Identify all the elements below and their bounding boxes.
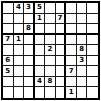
cell-r2c1[interactable] — [3, 14, 14, 25]
cell-r6c1[interactable]: 6 — [3, 56, 14, 67]
cell-r8c6[interactable] — [56, 77, 67, 88]
cell-r6c6[interactable] — [56, 56, 67, 67]
cell-r5c4[interactable] — [35, 45, 46, 56]
cell-r7c3[interactable] — [24, 66, 35, 77]
cell-r9c9[interactable] — [87, 87, 98, 98]
cell-r8c7[interactable] — [66, 77, 77, 88]
cell-r7c8[interactable] — [77, 66, 88, 77]
cell-r8c9[interactable] — [87, 77, 98, 88]
cell-r4c2[interactable]: 1 — [14, 35, 25, 46]
cell-r1c7[interactable] — [66, 3, 77, 14]
cell-r2c4[interactable]: 1 — [35, 14, 46, 25]
cell-r7c4[interactable] — [35, 66, 46, 77]
cell-r6c9[interactable] — [87, 56, 98, 67]
cell-r8c2[interactable] — [14, 77, 25, 88]
cell-r4c5[interactable] — [45, 35, 56, 46]
cell-r3c1[interactable] — [3, 24, 14, 35]
cell-r9c5[interactable] — [45, 87, 56, 98]
cell-r6c8[interactable]: 3 — [77, 56, 88, 67]
cell-r7c6[interactable] — [56, 66, 67, 77]
cell-r3c3[interactable]: 8 — [24, 24, 35, 35]
cell-r7c2[interactable] — [14, 66, 25, 77]
sudoku-board: 43517871286357481 — [1, 1, 100, 100]
cell-r1c8[interactable] — [77, 3, 88, 14]
cell-r5c6[interactable] — [56, 45, 67, 56]
cell-r1c2[interactable]: 4 — [14, 3, 25, 14]
cell-r4c6[interactable] — [56, 35, 67, 46]
cell-r3c9[interactable] — [87, 24, 98, 35]
cell-r4c9[interactable] — [87, 35, 98, 46]
cell-r9c3[interactable] — [24, 87, 35, 98]
cell-r5c5[interactable]: 2 — [45, 45, 56, 56]
cell-r2c6[interactable]: 7 — [56, 14, 67, 25]
cell-r2c9[interactable] — [87, 14, 98, 25]
cell-r3c4[interactable] — [35, 24, 46, 35]
cell-r1c9[interactable] — [87, 3, 98, 14]
cell-r5c7[interactable] — [66, 45, 77, 56]
cell-r8c3[interactable] — [24, 77, 35, 88]
cell-r3c5[interactable] — [45, 24, 56, 35]
cell-r7c7[interactable]: 7 — [66, 66, 77, 77]
cell-r1c4[interactable]: 5 — [35, 3, 46, 14]
cell-r5c2[interactable] — [14, 45, 25, 56]
cell-r6c2[interactable] — [14, 56, 25, 67]
cell-r7c9[interactable] — [87, 66, 98, 77]
cell-r2c7[interactable] — [66, 14, 77, 25]
cell-r1c6[interactable] — [56, 3, 67, 14]
cell-r9c4[interactable] — [35, 87, 46, 98]
cell-r6c5[interactable] — [45, 56, 56, 67]
cell-r6c3[interactable] — [24, 56, 35, 67]
sudoku-board-wrap: 43517871286357481 — [0, 0, 101, 101]
cell-r1c5[interactable] — [45, 3, 56, 14]
cell-r1c1[interactable] — [3, 3, 14, 14]
cell-r5c8[interactable]: 8 — [77, 45, 88, 56]
cell-r9c6[interactable] — [56, 87, 67, 98]
cell-r2c5[interactable] — [45, 14, 56, 25]
cell-r3c2[interactable] — [14, 24, 25, 35]
cell-r9c2[interactable] — [14, 87, 25, 98]
cell-r8c5[interactable]: 8 — [45, 77, 56, 88]
cell-r3c8[interactable] — [77, 24, 88, 35]
cell-r9c7[interactable]: 1 — [66, 87, 77, 98]
cell-r2c2[interactable] — [14, 14, 25, 25]
cell-r7c5[interactable] — [45, 66, 56, 77]
cell-r8c8[interactable] — [77, 77, 88, 88]
cell-r9c1[interactable] — [3, 87, 14, 98]
cell-r4c7[interactable] — [66, 35, 77, 46]
cell-r4c3[interactable] — [24, 35, 35, 46]
cell-r5c1[interactable] — [3, 45, 14, 56]
cell-r8c1[interactable] — [3, 77, 14, 88]
cell-r9c8[interactable] — [77, 87, 88, 98]
cell-r4c4[interactable] — [35, 35, 46, 46]
cell-r3c6[interactable] — [56, 24, 67, 35]
cell-r8c4[interactable]: 4 — [35, 77, 46, 88]
cell-r5c9[interactable] — [87, 45, 98, 56]
cell-r6c7[interactable] — [66, 56, 77, 67]
cell-r2c8[interactable] — [77, 14, 88, 25]
cell-r4c8[interactable] — [77, 35, 88, 46]
cell-r2c3[interactable] — [24, 14, 35, 25]
cell-r1c3[interactable]: 3 — [24, 3, 35, 14]
cell-r5c3[interactable] — [24, 45, 35, 56]
cell-r3c7[interactable] — [66, 24, 77, 35]
cell-r4c1[interactable]: 7 — [3, 35, 14, 46]
cell-r6c4[interactable] — [35, 56, 46, 67]
cell-r7c1[interactable]: 5 — [3, 66, 14, 77]
